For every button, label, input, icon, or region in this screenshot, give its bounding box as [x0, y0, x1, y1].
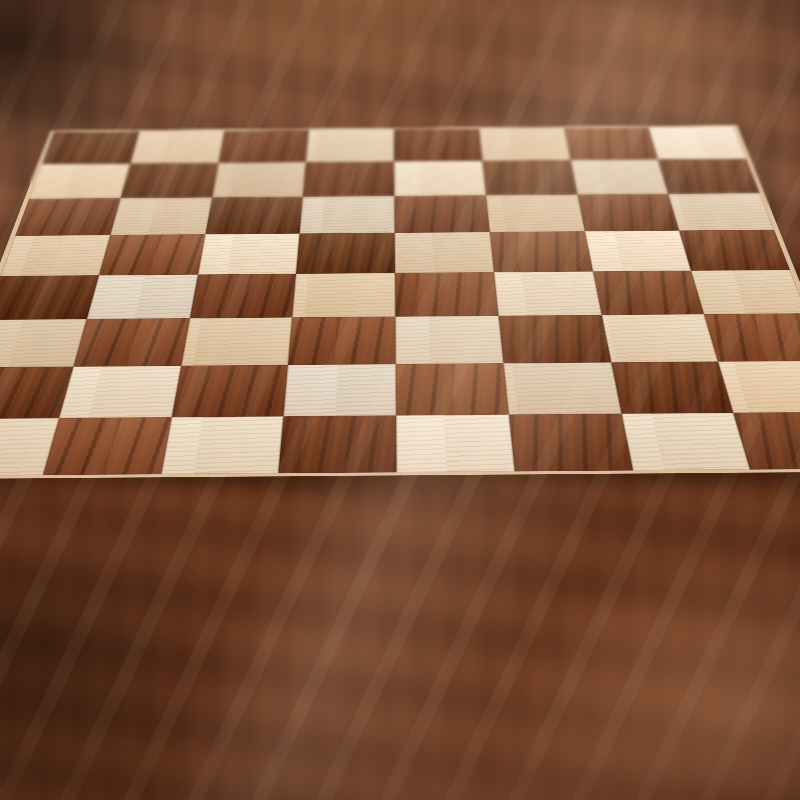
board-square: [564, 127, 658, 160]
board-square: [498, 315, 610, 363]
board-square: [130, 131, 224, 164]
board-square: [0, 275, 99, 319]
board-square: [73, 318, 189, 366]
board-square: [120, 163, 218, 198]
board-square: [59, 366, 181, 419]
board-square: [509, 414, 633, 472]
board-square: [296, 233, 395, 274]
board-square: [394, 129, 482, 162]
board-square: [292, 273, 395, 317]
board-square: [577, 194, 679, 232]
board-square: [658, 159, 760, 194]
board-square: [691, 270, 800, 314]
board-square: [394, 195, 489, 233]
board-square: [570, 159, 668, 194]
board-square: [482, 160, 577, 195]
board-square: [171, 365, 288, 418]
board-square: [284, 364, 396, 417]
board-square: [0, 319, 87, 367]
board-scene: [0, 125, 800, 479]
board-square: [479, 128, 570, 161]
board-square: [395, 232, 494, 273]
board-square: [668, 193, 774, 231]
board-square: [288, 317, 395, 365]
board-square: [218, 130, 309, 163]
board-square: [29, 163, 130, 198]
board-square: [0, 235, 110, 276]
board-square: [503, 362, 621, 415]
board-square: [611, 361, 734, 414]
board-square: [205, 197, 303, 235]
board-square: [395, 272, 498, 316]
board-square: [198, 234, 300, 275]
board-square: [649, 127, 746, 160]
board-square: [161, 416, 284, 474]
board-square: [394, 161, 486, 196]
board-square: [584, 231, 691, 272]
board-square: [601, 314, 718, 362]
board-square: [494, 271, 601, 315]
board-square: [212, 162, 306, 197]
board-square: [490, 231, 593, 272]
board-square: [43, 417, 171, 475]
board-square: [42, 131, 139, 164]
board-square: [704, 313, 800, 361]
board-square: [621, 413, 750, 471]
board-square: [15, 198, 120, 236]
board-square: [679, 230, 790, 271]
board-perspective-wrapper: [0, 0, 798, 676]
board-square: [306, 129, 394, 162]
board-square: [99, 234, 205, 275]
chessboard: [0, 125, 800, 479]
board-square: [181, 317, 293, 365]
board-square: [486, 194, 585, 232]
board-square: [189, 274, 296, 318]
board-square: [110, 197, 212, 235]
board-square: [87, 275, 198, 319]
board-square: [395, 316, 503, 364]
board-square: [303, 161, 394, 196]
board-square: [300, 196, 395, 234]
board-square: [396, 363, 509, 416]
board-square: [396, 415, 514, 473]
board-square: [718, 360, 800, 412]
board-square: [592, 271, 704, 315]
board-square: [279, 416, 397, 474]
photo-canvas: [0, 0, 800, 800]
